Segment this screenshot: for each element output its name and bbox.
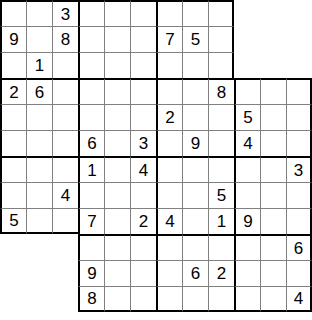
cell-r10-c11[interactable]	[260, 234, 286, 260]
cell-r1-c5[interactable]	[104, 0, 130, 26]
cell-r2-c4[interactable]	[78, 26, 104, 52]
cell-r4-c10[interactable]	[234, 78, 260, 104]
cell-r5-c10[interactable]: 5	[234, 104, 260, 130]
cell-r12-c9[interactable]	[208, 286, 234, 312]
outside-area	[286, 0, 312, 26]
outside-area	[0, 234, 26, 260]
cell-r1-c4[interactable]	[78, 0, 104, 26]
cell-r9-c9[interactable]: 1	[208, 208, 234, 234]
cell-r1-c6[interactable]	[130, 0, 156, 26]
cell-r6-c1[interactable]	[0, 130, 26, 156]
cell-r8-c9[interactable]: 5	[208, 182, 234, 208]
cell-r6-c11[interactable]	[260, 130, 286, 156]
cell-r9-c12[interactable]	[286, 208, 312, 234]
cell-r9-c1[interactable]: 5	[0, 208, 26, 234]
cell-r3-c4[interactable]	[78, 52, 104, 78]
cell-r7-c6[interactable]: 4	[130, 156, 156, 182]
cell-r11-c4[interactable]: 9	[78, 260, 104, 286]
cell-r1-c8[interactable]	[182, 0, 208, 26]
cell-r6-c8[interactable]: 9	[182, 130, 208, 156]
cell-r9-c8[interactable]	[182, 208, 208, 234]
cell-r9-c7[interactable]: 4	[156, 208, 182, 234]
outside-area	[286, 52, 312, 78]
cell-r8-c7[interactable]	[156, 182, 182, 208]
cell-r4-c7[interactable]	[156, 78, 182, 104]
cell-r4-c11[interactable]	[260, 78, 286, 104]
outside-area	[260, 0, 286, 26]
cell-r6-c9[interactable]	[208, 130, 234, 156]
outside-area	[234, 0, 260, 26]
cell-r10-c8[interactable]	[182, 234, 208, 260]
cell-r8-c4[interactable]	[78, 182, 104, 208]
cell-r4-c12[interactable]	[286, 78, 312, 104]
cell-r6-c12[interactable]	[286, 130, 312, 156]
cell-r3-c2[interactable]: 1	[26, 52, 52, 78]
outside-area	[52, 234, 78, 260]
cell-r10-c12[interactable]: 6	[286, 234, 312, 260]
cell-r10-c5[interactable]	[104, 234, 130, 260]
cell-r5-c11[interactable]	[260, 104, 286, 130]
cell-r2-c2[interactable]	[26, 26, 52, 52]
cell-r3-c6[interactable]	[130, 52, 156, 78]
cell-r11-c11[interactable]	[260, 260, 286, 286]
cell-r3-c8[interactable]	[182, 52, 208, 78]
cell-r6-c10[interactable]: 4	[234, 130, 260, 156]
cell-r7-c8[interactable]	[182, 156, 208, 182]
cell-r12-c4[interactable]: 8	[78, 286, 104, 312]
cell-r5-c1[interactable]	[0, 104, 26, 130]
cell-r10-c7[interactable]	[156, 234, 182, 260]
cell-r8-c5[interactable]	[104, 182, 130, 208]
cell-r8-c6[interactable]	[130, 182, 156, 208]
cell-r4-c3[interactable]	[52, 78, 78, 104]
outside-area	[234, 26, 260, 52]
cell-r7-c2[interactable]	[26, 156, 52, 182]
cell-r1-c7[interactable]	[156, 0, 182, 26]
cell-r11-c12[interactable]	[286, 260, 312, 286]
outside-area	[26, 286, 52, 312]
outside-area	[260, 26, 286, 52]
cell-r6-c2[interactable]	[26, 130, 52, 156]
cell-r12-c10[interactable]	[234, 286, 260, 312]
cell-r9-c11[interactable]	[260, 208, 286, 234]
cell-r3-c1[interactable]	[0, 52, 26, 78]
cell-r5-c6[interactable]	[130, 104, 156, 130]
outside-area	[52, 260, 78, 286]
cell-r11-c8[interactable]: 6	[182, 260, 208, 286]
cell-r9-c2[interactable]	[26, 208, 52, 234]
cell-r1-c3[interactable]: 3	[52, 0, 78, 26]
cell-r4-c2[interactable]: 6	[26, 78, 52, 104]
cell-r7-c3[interactable]	[52, 156, 78, 182]
cell-r10-c4[interactable]	[78, 234, 104, 260]
cell-r1-c1[interactable]	[0, 0, 26, 26]
cell-r11-c9[interactable]: 2	[208, 260, 234, 286]
cell-r12-c11[interactable]	[260, 286, 286, 312]
cell-r4-c6[interactable]	[130, 78, 156, 104]
cell-r12-c7[interactable]	[156, 286, 182, 312]
cell-r5-c12[interactable]	[286, 104, 312, 130]
cell-r11-c5[interactable]	[104, 260, 130, 286]
cell-r1-c9[interactable]	[208, 0, 234, 26]
cell-r9-c6[interactable]: 2	[130, 208, 156, 234]
cell-r8-c2[interactable]	[26, 182, 52, 208]
cell-r7-c10[interactable]	[234, 156, 260, 182]
cell-r5-c9[interactable]	[208, 104, 234, 130]
cell-r6-c4[interactable]: 6	[78, 130, 104, 156]
cell-r11-c10[interactable]	[234, 260, 260, 286]
cell-r8-c3[interactable]: 4	[52, 182, 78, 208]
cell-r2-c9[interactable]	[208, 26, 234, 52]
cell-r6-c5[interactable]	[104, 130, 130, 156]
cell-r5-c7[interactable]: 2	[156, 104, 182, 130]
cell-r2-c3[interactable]: 8	[52, 26, 78, 52]
cell-r6-c6[interactable]: 3	[130, 130, 156, 156]
outside-area	[286, 26, 312, 52]
cell-r12-c5[interactable]	[104, 286, 130, 312]
cell-r3-c9[interactable]	[208, 52, 234, 78]
cell-r9-c10[interactable]: 9	[234, 208, 260, 234]
cell-r3-c5[interactable]	[104, 52, 130, 78]
cell-r4-c9[interactable]: 8	[208, 78, 234, 104]
outside-area	[260, 52, 286, 78]
sudoku-board: 39875126825639414345572419696284	[0, 0, 312, 312]
page: 39875126825639414345572419696284	[0, 0, 312, 320]
cell-r12-c6[interactable]	[130, 286, 156, 312]
cell-r4-c8[interactable]	[182, 78, 208, 104]
cell-r5-c4[interactable]	[78, 104, 104, 130]
cell-r10-c9[interactable]	[208, 234, 234, 260]
outside-area	[0, 286, 26, 312]
cell-r8-c8[interactable]	[182, 182, 208, 208]
cell-r11-c7[interactable]	[156, 260, 182, 286]
cell-r9-c4[interactable]: 7	[78, 208, 104, 234]
outside-area	[0, 260, 26, 286]
cell-r11-c6[interactable]	[130, 260, 156, 286]
cell-r3-c7[interactable]	[156, 52, 182, 78]
cell-r10-c6[interactable]	[130, 234, 156, 260]
cell-r9-c3[interactable]	[52, 208, 78, 234]
cell-r2-c1[interactable]: 9	[0, 26, 26, 52]
cell-r12-c12[interactable]: 4	[286, 286, 312, 312]
cell-r4-c1[interactable]: 2	[0, 78, 26, 104]
cell-r5-c2[interactable]	[26, 104, 52, 130]
cell-r7-c1[interactable]	[0, 156, 26, 182]
cell-r7-c11[interactable]	[260, 156, 286, 182]
cell-r2-c7[interactable]: 7	[156, 26, 182, 52]
cell-r6-c3[interactable]	[52, 130, 78, 156]
cell-r8-c1[interactable]	[0, 182, 26, 208]
cell-r7-c12[interactable]: 3	[286, 156, 312, 182]
cell-r5-c8[interactable]	[182, 104, 208, 130]
cell-r6-c7[interactable]	[156, 130, 182, 156]
cell-r4-c5[interactable]	[104, 78, 130, 104]
cell-r7-c7[interactable]	[156, 156, 182, 182]
outside-area	[26, 234, 52, 260]
cell-r2-c8[interactable]: 5	[182, 26, 208, 52]
outside-area	[26, 260, 52, 286]
cell-r2-c5[interactable]	[104, 26, 130, 52]
cell-r12-c8[interactable]	[182, 286, 208, 312]
outside-area	[234, 52, 260, 78]
cell-r5-c3[interactable]	[52, 104, 78, 130]
cell-r8-c12[interactable]	[286, 182, 312, 208]
outside-area	[52, 286, 78, 312]
cell-r7-c4[interactable]: 1	[78, 156, 104, 182]
cell-r3-c3[interactable]	[52, 52, 78, 78]
cell-r7-c5[interactable]	[104, 156, 130, 182]
cell-r5-c5[interactable]	[104, 104, 130, 130]
cell-r1-c2[interactable]	[26, 0, 52, 26]
cell-r4-c4[interactable]	[78, 78, 104, 104]
cell-r10-c10[interactable]	[234, 234, 260, 260]
cell-r7-c9[interactable]	[208, 156, 234, 182]
cell-r2-c6[interactable]	[130, 26, 156, 52]
cell-r9-c5[interactable]	[104, 208, 130, 234]
cell-r8-c10[interactable]	[234, 182, 260, 208]
cell-r8-c11[interactable]	[260, 182, 286, 208]
